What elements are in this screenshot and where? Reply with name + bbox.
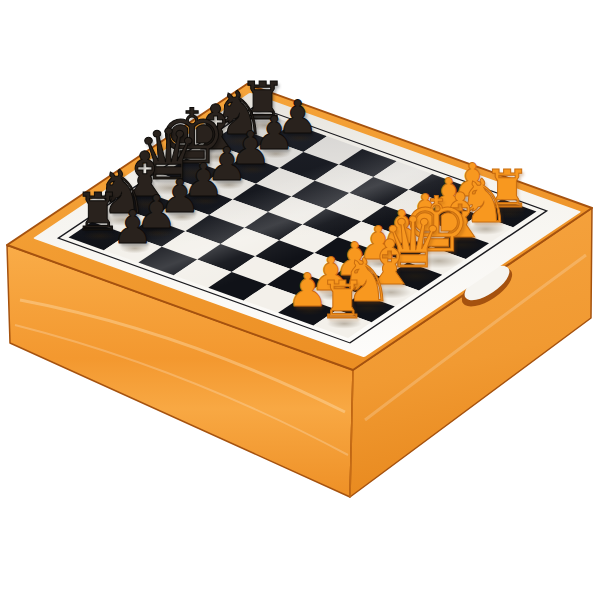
piece-black-pawn: ♟ bbox=[112, 204, 153, 250]
piece-orange-rook: ♜ bbox=[319, 274, 366, 326]
product-photo-chess-box: ♜♞♝♛♚♝♞♜♟♟♟♟♟♟♟♟♟♟♟♟♟♟♟♟♜♞♝♛♚♝♞♜ bbox=[0, 0, 600, 600]
pieces-layer: ♜♞♝♛♚♝♞♜♟♟♟♟♟♟♟♟♟♟♟♟♟♟♟♟♜♞♝♛♚♝♞♜ bbox=[0, 0, 600, 600]
